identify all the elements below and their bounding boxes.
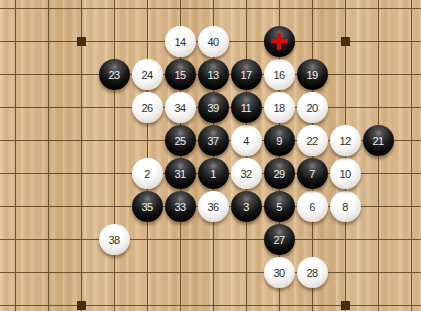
stone-black-33: 33 [165, 191, 196, 222]
grid-line-vertical [345, 0, 346, 311]
move-number: 34 [174, 102, 185, 113]
stone-black-3: 3 [231, 191, 262, 222]
stone-black-13: 13 [198, 59, 229, 90]
grid-line-horizontal [0, 239, 421, 240]
stone-white-2: 2 [132, 158, 163, 189]
stone-black-19: 19 [297, 59, 328, 90]
stone-white-38: 38 [99, 224, 130, 255]
stone-black-11: 11 [231, 92, 262, 123]
move-number: 35 [141, 201, 152, 212]
stone-white-26: 26 [132, 92, 163, 123]
stone-white-4: 4 [231, 125, 262, 156]
move-number: 19 [306, 69, 317, 80]
move-number: 33 [174, 201, 185, 212]
grid-line-vertical [378, 0, 379, 311]
stone-white-28: 28 [297, 257, 328, 288]
move-number: 5 [276, 201, 282, 212]
move-number: 31 [174, 168, 185, 179]
move-number: 3 [243, 201, 249, 212]
stone-black-21: 21 [363, 125, 394, 156]
stone-white-22: 22 [297, 125, 328, 156]
stone-white-18: 18 [264, 92, 295, 123]
stone-black-1: 1 [198, 158, 229, 189]
move-number: 32 [240, 168, 251, 179]
star-point [77, 37, 86, 46]
move-number: 30 [273, 267, 284, 278]
grid-line-vertical [114, 0, 115, 311]
move-number: 6 [309, 201, 315, 212]
stone-black-35: 35 [132, 191, 163, 222]
grid-line-horizontal [0, 305, 421, 306]
stone-white-24: 24 [132, 59, 163, 90]
move-number: 16 [273, 69, 284, 80]
move-number: 14 [174, 36, 185, 47]
stone-white-30: 30 [264, 257, 295, 288]
stone-black-31: 31 [165, 158, 196, 189]
grid-line-vertical [48, 0, 49, 311]
move-number: 23 [108, 69, 119, 80]
move-number: 13 [207, 69, 218, 80]
grid-line-vertical [411, 0, 412, 311]
move-number: 2 [144, 168, 150, 179]
move-number: 25 [174, 135, 185, 146]
gomoku-board[interactable]: 1234567891011121314151617181920212223242… [0, 0, 421, 311]
grid-line-horizontal [0, 8, 421, 9]
move-number: 10 [339, 168, 350, 179]
stone-white-34: 34 [165, 92, 196, 123]
move-number: 24 [141, 69, 152, 80]
grid-line-vertical [15, 0, 16, 311]
move-number: 15 [174, 69, 185, 80]
star-point [341, 301, 350, 310]
stone-white-10: 10 [330, 158, 361, 189]
move-number: 37 [207, 135, 218, 146]
stone-black-39: 39 [198, 92, 229, 123]
move-number: 36 [207, 201, 218, 212]
move-number: 29 [273, 168, 284, 179]
move-number: 11 [241, 102, 251, 113]
move-number: 22 [306, 135, 317, 146]
star-point [341, 37, 350, 46]
stone-black-last [264, 26, 295, 57]
move-number: 7 [309, 168, 315, 179]
move-number: 1 [210, 168, 216, 179]
move-number: 9 [276, 135, 282, 146]
stone-white-40: 40 [198, 26, 229, 57]
move-number: 18 [273, 102, 284, 113]
grid-line-vertical [147, 0, 148, 311]
stone-black-25: 25 [165, 125, 196, 156]
last-move-cross-icon [271, 33, 288, 50]
move-number: 4 [243, 135, 249, 146]
stone-black-17: 17 [231, 59, 262, 90]
stone-black-27: 27 [264, 224, 295, 255]
move-number: 8 [342, 201, 348, 212]
stone-black-37: 37 [198, 125, 229, 156]
grid-line-horizontal [0, 272, 421, 273]
stone-black-15: 15 [165, 59, 196, 90]
move-number: 38 [108, 234, 119, 245]
move-number: 20 [306, 102, 317, 113]
move-number: 21 [372, 135, 383, 146]
stone-black-9: 9 [264, 125, 295, 156]
move-number: 40 [207, 36, 218, 47]
stone-white-14: 14 [165, 26, 196, 57]
stone-black-7: 7 [297, 158, 328, 189]
stone-white-12: 12 [330, 125, 361, 156]
move-number: 12 [339, 135, 350, 146]
stone-black-23: 23 [99, 59, 130, 90]
grid-line-vertical [81, 0, 82, 311]
move-number: 27 [273, 234, 284, 245]
stone-white-32: 32 [231, 158, 262, 189]
stone-white-6: 6 [297, 191, 328, 222]
stone-white-16: 16 [264, 59, 295, 90]
stone-black-29: 29 [264, 158, 295, 189]
grid-line-vertical [246, 0, 247, 311]
move-number: 17 [240, 69, 251, 80]
move-number: 28 [306, 267, 317, 278]
move-number: 26 [141, 102, 152, 113]
stone-black-5: 5 [264, 191, 295, 222]
move-number: 39 [207, 102, 218, 113]
star-point [77, 301, 86, 310]
stone-white-8: 8 [330, 191, 361, 222]
stone-white-36: 36 [198, 191, 229, 222]
stone-white-20: 20 [297, 92, 328, 123]
